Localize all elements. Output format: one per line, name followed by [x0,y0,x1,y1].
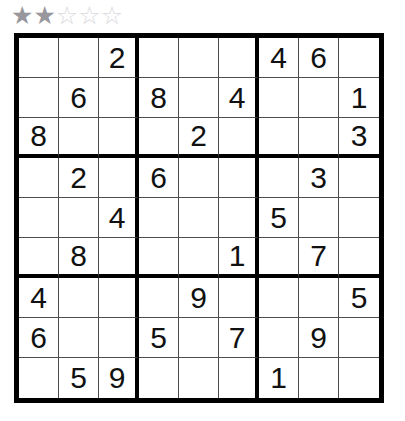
cell-r7c8-empty[interactable] [299,278,339,318]
cell-r3c3-empty[interactable] [99,118,139,158]
cell-r4c8-given[interactable]: 3 [299,158,339,198]
cell-r9c3-given[interactable]: 9 [99,358,139,398]
cell-r6c5-empty[interactable] [179,238,219,278]
cell-r6c4-empty[interactable] [139,238,179,278]
star-empty-icon: ☆ [101,1,123,29]
cell-r5c2-empty[interactable] [59,198,99,238]
cell-r3c1-given[interactable]: 8 [19,118,59,158]
cell-r5c3-given[interactable]: 4 [99,198,139,238]
cell-r5c6-empty[interactable] [219,198,259,238]
cell-r5c9-empty[interactable] [339,198,379,238]
cell-r2c6-given[interactable]: 4 [219,78,259,118]
cell-r9c5-empty[interactable] [179,358,219,398]
cell-r1c7-given[interactable]: 4 [259,38,299,78]
cell-r4c7-empty[interactable] [259,158,299,198]
cell-r2c4-given[interactable]: 8 [139,78,179,118]
cell-r9c7-given[interactable]: 1 [259,358,299,398]
cell-r6c6-given[interactable]: 1 [219,238,259,278]
cell-r6c3-empty[interactable] [99,238,139,278]
cell-r4c5-empty[interactable] [179,158,219,198]
cell-r5c7-given[interactable]: 5 [259,198,299,238]
cell-r2c3-empty[interactable] [99,78,139,118]
cell-r1c4-empty[interactable] [139,38,179,78]
cell-r1c8-given[interactable]: 6 [299,38,339,78]
cell-r8c7-empty[interactable] [259,318,299,358]
cell-r1c9-empty[interactable] [339,38,379,78]
cell-r4c1-empty[interactable] [19,158,59,198]
cell-r6c8-given[interactable]: 7 [299,238,339,278]
cell-r6c9-empty[interactable] [339,238,379,278]
cell-r9c1-empty[interactable] [19,358,59,398]
cell-r7c1-given[interactable]: 4 [19,278,59,318]
cell-r2c8-empty[interactable] [299,78,339,118]
cell-r7c9-given[interactable]: 5 [339,278,379,318]
cell-r3c7-empty[interactable] [259,118,299,158]
cell-r8c6-given[interactable]: 7 [219,318,259,358]
sudoku-page: ★★☆☆☆ 2466841823263458174956579591 [0,0,405,421]
cell-r2c1-empty[interactable] [19,78,59,118]
difficulty-rating: ★★☆☆☆ [11,1,123,29]
star-empty-icon: ☆ [78,1,100,29]
cell-r3c6-empty[interactable] [219,118,259,158]
cell-r1c1-empty[interactable] [19,38,59,78]
cell-r5c8-empty[interactable] [299,198,339,238]
cell-r3c9-given[interactable]: 3 [339,118,379,158]
cell-r4c9-empty[interactable] [339,158,379,198]
cell-r7c7-empty[interactable] [259,278,299,318]
cell-r4c4-given[interactable]: 6 [139,158,179,198]
cell-r8c4-given[interactable]: 5 [139,318,179,358]
cell-r4c2-given[interactable]: 2 [59,158,99,198]
cell-r3c4-empty[interactable] [139,118,179,158]
cell-r8c2-empty[interactable] [59,318,99,358]
cell-r5c4-empty[interactable] [139,198,179,238]
sudoku-grid: 2466841823263458174956579591 [14,33,384,403]
cell-r7c5-given[interactable]: 9 [179,278,219,318]
cell-r9c9-empty[interactable] [339,358,379,398]
cell-r2c5-empty[interactable] [179,78,219,118]
cell-r3c2-empty[interactable] [59,118,99,158]
cell-r7c3-empty[interactable] [99,278,139,318]
cell-r8c5-empty[interactable] [179,318,219,358]
cell-r5c5-empty[interactable] [179,198,219,238]
cell-r1c2-empty[interactable] [59,38,99,78]
cell-r8c8-given[interactable]: 9 [299,318,339,358]
cell-r2c9-given[interactable]: 1 [339,78,379,118]
cell-r1c5-empty[interactable] [179,38,219,78]
cell-r9c4-empty[interactable] [139,358,179,398]
cell-r4c6-empty[interactable] [219,158,259,198]
cell-r6c1-empty[interactable] [19,238,59,278]
cell-r2c2-given[interactable]: 6 [59,78,99,118]
star-empty-icon: ☆ [56,1,78,29]
cell-r7c2-empty[interactable] [59,278,99,318]
cell-r3c5-given[interactable]: 2 [179,118,219,158]
cell-r6c7-empty[interactable] [259,238,299,278]
cell-r3c8-empty[interactable] [299,118,339,158]
cell-r6c2-given[interactable]: 8 [59,238,99,278]
cell-r4c3-empty[interactable] [99,158,139,198]
cell-r9c2-given[interactable]: 5 [59,358,99,398]
cell-r2c7-empty[interactable] [259,78,299,118]
cell-r7c4-empty[interactable] [139,278,179,318]
cell-r7c6-empty[interactable] [219,278,259,318]
cell-r8c3-empty[interactable] [99,318,139,358]
cell-r8c9-empty[interactable] [339,318,379,358]
cell-r5c1-empty[interactable] [19,198,59,238]
star-filled-icon: ★ [11,1,33,29]
cell-r9c8-empty[interactable] [299,358,339,398]
cell-r9c6-empty[interactable] [219,358,259,398]
star-filled-icon: ★ [33,1,55,29]
cell-r1c3-given[interactable]: 2 [99,38,139,78]
cell-r1c6-empty[interactable] [219,38,259,78]
cell-r8c1-given[interactable]: 6 [19,318,59,358]
